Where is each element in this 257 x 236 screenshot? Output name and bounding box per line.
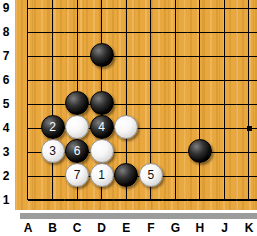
board-intersection-f5[interactable] (138, 92, 163, 116)
board-intersection-j3[interactable] (212, 140, 237, 164)
board-intersection-j8[interactable] (212, 20, 237, 44)
stone-white-c4 (65, 115, 89, 139)
board-intersection-a4[interactable] (16, 116, 41, 140)
col-label-g: G (166, 221, 184, 235)
board-intersection-e3[interactable] (114, 140, 139, 164)
col-label-d: D (93, 221, 111, 235)
board-intersection-k5[interactable] (237, 92, 257, 116)
row-label-3: 3 (0, 145, 12, 159)
board-intersection-k2[interactable] (237, 164, 257, 188)
board-intersection-b7[interactable] (40, 44, 65, 68)
stone-black-h3 (188, 139, 212, 163)
board-intersection-g2[interactable] (163, 164, 188, 188)
go-board-diagram: 2436715 987654321 ABCDEFGHJK (0, 0, 257, 236)
board-intersection-d8[interactable] (89, 20, 114, 44)
stone-white-d3 (90, 139, 114, 163)
board-intersection-c9[interactable] (65, 0, 90, 20)
row-label-7: 7 (0, 49, 12, 63)
stone-move-number: 2 (49, 121, 56, 133)
board-intersection-b1[interactable] (40, 188, 65, 212)
board-intersection-g7[interactable] (163, 44, 188, 68)
stone-black-d7 (90, 43, 114, 67)
board-intersection-g9[interactable] (163, 0, 188, 20)
board-intersection-h5[interactable] (188, 92, 213, 116)
board-intersection-d1[interactable] (89, 188, 114, 212)
row-label-1: 1 (0, 193, 12, 207)
board-intersection-k9[interactable] (237, 0, 257, 20)
board-shadow (20, 213, 257, 219)
board-intersection-e8[interactable] (114, 20, 139, 44)
col-label-c: C (68, 221, 86, 235)
board-intersection-b2[interactable] (40, 164, 65, 188)
stone-black-c5 (65, 91, 89, 115)
stone-white-7-c2: 7 (65, 163, 89, 187)
board-intersection-d6[interactable] (89, 68, 114, 92)
col-label-h: H (191, 221, 209, 235)
board-intersection-h8[interactable] (188, 20, 213, 44)
board-intersection-a6[interactable] (16, 68, 41, 92)
board-intersection-k3[interactable] (237, 140, 257, 164)
row-label-5: 5 (0, 97, 12, 111)
col-label-j: J (215, 221, 233, 235)
board-intersection-b6[interactable] (40, 68, 65, 92)
board-intersection-g8[interactable] (163, 20, 188, 44)
stone-black-2-b4: 2 (41, 115, 65, 139)
board-intersection-a5[interactable] (16, 92, 41, 116)
board-intersection-a2[interactable] (16, 164, 41, 188)
board-intersection-f3[interactable] (138, 140, 163, 164)
col-label-k: K (240, 221, 257, 235)
col-label-e: E (117, 221, 135, 235)
board-intersection-e6[interactable] (114, 68, 139, 92)
board-intersection-e7[interactable] (114, 44, 139, 68)
stone-move-number: 4 (98, 121, 105, 133)
board-intersection-c6[interactable] (65, 68, 90, 92)
board-intersection-k6[interactable] (237, 68, 257, 92)
board-intersection-g6[interactable] (163, 68, 188, 92)
board-intersection-h6[interactable] (188, 68, 213, 92)
board-intersection-j9[interactable] (212, 0, 237, 20)
board-intersection-c8[interactable] (65, 20, 90, 44)
board-intersection-f9[interactable] (138, 0, 163, 20)
board-intersection-d9[interactable] (89, 0, 114, 20)
row-label-2: 2 (0, 169, 12, 183)
board-intersection-g3[interactable] (163, 140, 188, 164)
board-intersection-j7[interactable] (212, 44, 237, 68)
board-intersection-g1[interactable] (163, 188, 188, 212)
board-intersection-c7[interactable] (65, 44, 90, 68)
board-intersection-f1[interactable] (138, 188, 163, 212)
board-intersection-f4[interactable] (138, 116, 163, 140)
stone-move-number: 7 (74, 169, 81, 181)
board-intersection-e5[interactable] (114, 92, 139, 116)
board-intersection-j4[interactable] (212, 116, 237, 140)
board-intersection-a3[interactable] (16, 140, 41, 164)
stone-move-number: 3 (49, 145, 56, 157)
board-intersection-k7[interactable] (237, 44, 257, 68)
stone-move-number: 5 (147, 169, 154, 181)
board-intersection-a7[interactable] (16, 44, 41, 68)
board-intersection-g5[interactable] (163, 92, 188, 116)
board-intersection-f6[interactable] (138, 68, 163, 92)
board-intersection-h9[interactable] (188, 0, 213, 20)
row-label-4: 4 (0, 121, 12, 135)
star-point-k4 (247, 126, 252, 131)
row-label-6: 6 (0, 73, 12, 87)
board-intersection-b8[interactable] (40, 20, 65, 44)
stone-move-number: 6 (74, 145, 81, 157)
row-label-8: 8 (0, 25, 12, 39)
board-intersection-a1[interactable] (16, 188, 41, 212)
stone-white-1-d2: 1 (90, 163, 114, 187)
board-intersection-b9[interactable] (40, 0, 65, 20)
board-intersection-e9[interactable] (114, 0, 139, 20)
stone-black-d5 (90, 91, 114, 115)
board-intersection-j6[interactable] (212, 68, 237, 92)
col-label-f: F (142, 221, 160, 235)
board-intersection-j2[interactable] (212, 164, 237, 188)
col-label-b: B (44, 221, 62, 235)
board-intersection-e1[interactable] (114, 188, 139, 212)
board-intersection-k8[interactable] (237, 20, 257, 44)
board-intersection-h1[interactable] (188, 188, 213, 212)
board-intersection-f7[interactable] (138, 44, 163, 68)
board-intersection-h7[interactable] (188, 44, 213, 68)
stone-white-3-b3: 3 (41, 139, 65, 163)
board-intersection-h2[interactable] (188, 164, 213, 188)
col-label-a: A (19, 221, 37, 235)
stone-black-6-c3: 6 (65, 139, 89, 163)
board-intersection-c1[interactable] (65, 188, 90, 212)
board-intersection-a9[interactable] (16, 0, 41, 20)
row-label-9: 9 (0, 1, 12, 15)
board-intersection-j1[interactable] (212, 188, 237, 212)
stone-move-number: 1 (98, 169, 105, 181)
board-intersection-f8[interactable] (138, 20, 163, 44)
board-intersection-a8[interactable] (16, 20, 41, 44)
board-intersection-k1[interactable] (237, 188, 257, 212)
board-intersection-b5[interactable] (40, 92, 65, 116)
board-intersection-h4[interactable] (188, 116, 213, 140)
stone-black-4-d4: 4 (90, 115, 114, 139)
board-intersection-j5[interactable] (212, 92, 237, 116)
board-intersection-g4[interactable] (163, 116, 188, 140)
stone-white-5-f2: 5 (139, 163, 163, 187)
